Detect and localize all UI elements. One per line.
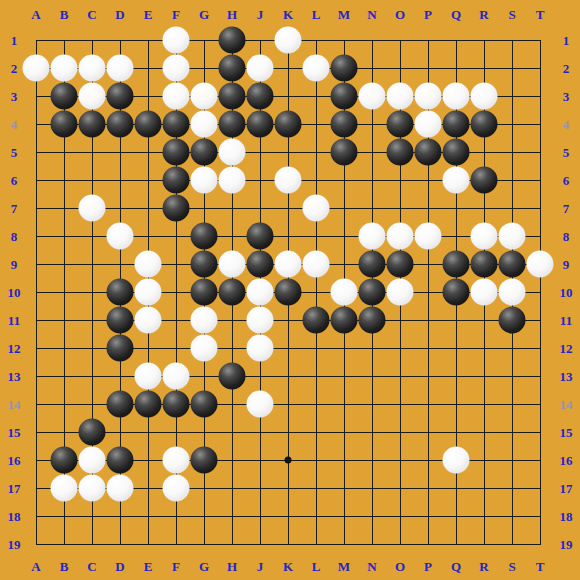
white-stone-P4 [415,111,442,138]
row-label-left-5: 5 [11,146,18,159]
white-stone-H6 [219,167,246,194]
col-label-bottom-G: G [199,560,209,573]
row-label-right-2: 2 [563,62,570,75]
col-label-bottom-L: L [312,560,321,573]
black-stone-D4 [107,111,134,138]
white-stone-O10 [387,279,414,306]
black-stone-R4 [471,111,498,138]
row-label-left-16: 16 [8,454,21,467]
white-stone-C3 [79,83,106,110]
black-stone-S11 [499,307,526,334]
col-label-bottom-J: J [257,560,264,573]
col-label-top-S: S [508,8,515,21]
black-stone-D10 [107,279,134,306]
black-stone-B4 [51,111,78,138]
col-label-top-B: B [60,8,69,21]
white-stone-F16 [163,447,190,474]
black-stone-L11 [303,307,330,334]
row-label-left-13: 13 [8,370,21,383]
col-label-top-F: F [172,8,180,21]
col-label-top-Q: Q [451,8,461,21]
col-label-bottom-C: C [87,560,96,573]
row-label-right-1: 1 [563,34,570,47]
col-label-top-N: N [367,8,376,21]
white-stone-Q3 [443,83,470,110]
black-stone-Q5 [443,139,470,166]
white-stone-O3 [387,83,414,110]
black-stone-D11 [107,307,134,334]
white-stone-K1 [275,27,302,54]
col-label-bottom-F: F [172,560,180,573]
col-label-bottom-R: R [479,560,488,573]
white-stone-R8 [471,223,498,250]
white-stone-D17 [107,475,134,502]
white-stone-H9 [219,251,246,278]
black-stone-F14 [163,391,190,418]
row-label-right-17: 17 [560,482,573,495]
black-stone-G8 [191,223,218,250]
black-stone-Q4 [443,111,470,138]
white-stone-N8 [359,223,386,250]
white-stone-L2 [303,55,330,82]
row-label-left-9: 9 [11,258,18,271]
row-label-right-15: 15 [560,426,573,439]
white-stone-F1 [163,27,190,54]
black-stone-N10 [359,279,386,306]
row-label-right-6: 6 [563,174,570,187]
white-stone-E11 [135,307,162,334]
black-stone-F4 [163,111,190,138]
black-stone-D12 [107,335,134,362]
row-label-left-8: 8 [11,230,18,243]
black-stone-O9 [387,251,414,278]
col-label-bottom-E: E [144,560,153,573]
white-stone-C16 [79,447,106,474]
black-stone-C15 [79,419,106,446]
black-stone-R6 [471,167,498,194]
black-stone-E14 [135,391,162,418]
black-stone-M11 [331,307,358,334]
white-stone-F17 [163,475,190,502]
white-stone-T9 [527,251,554,278]
col-label-top-K: K [283,8,293,21]
black-stone-H4 [219,111,246,138]
row-label-right-3: 3 [563,90,570,103]
white-stone-O8 [387,223,414,250]
col-label-top-T: T [536,8,545,21]
black-stone-R9 [471,251,498,278]
row-label-right-12: 12 [560,342,573,355]
black-stone-G10 [191,279,218,306]
white-stone-S8 [499,223,526,250]
col-label-top-E: E [144,8,153,21]
black-stone-N9 [359,251,386,278]
col-label-top-J: J [257,8,264,21]
col-label-bottom-P: P [424,560,432,573]
row-label-left-15: 15 [8,426,21,439]
black-stone-G5 [191,139,218,166]
col-label-top-A: A [31,8,40,21]
white-stone-A2 [23,55,50,82]
col-label-top-G: G [199,8,209,21]
col-label-bottom-S: S [508,560,515,573]
white-stone-F3 [163,83,190,110]
black-stone-N11 [359,307,386,334]
row-label-right-16: 16 [560,454,573,467]
black-stone-E4 [135,111,162,138]
col-label-bottom-T: T [536,560,545,573]
white-stone-K9 [275,251,302,278]
white-stone-C7 [79,195,106,222]
black-stone-O4 [387,111,414,138]
white-stone-J12 [247,335,274,362]
black-stone-J8 [247,223,274,250]
col-label-bottom-N: N [367,560,376,573]
white-stone-E10 [135,279,162,306]
col-label-bottom-Q: Q [451,560,461,573]
col-label-top-H: H [227,8,237,21]
black-stone-C4 [79,111,106,138]
row-label-left-10: 10 [8,286,21,299]
black-stone-M5 [331,139,358,166]
white-stone-J10 [247,279,274,306]
black-stone-G9 [191,251,218,278]
black-stone-M3 [331,83,358,110]
white-stone-P8 [415,223,442,250]
row-label-left-4: 4 [11,118,18,131]
row-label-right-13: 13 [560,370,573,383]
white-stone-L9 [303,251,330,278]
row-label-right-18: 18 [560,510,573,523]
black-stone-B16 [51,447,78,474]
black-stone-H3 [219,83,246,110]
white-stone-D8 [107,223,134,250]
col-label-bottom-A: A [31,560,40,573]
row-label-left-18: 18 [8,510,21,523]
col-label-top-M: M [338,8,350,21]
white-stone-G11 [191,307,218,334]
black-stone-D3 [107,83,134,110]
black-stone-K4 [275,111,302,138]
row-label-left-17: 17 [8,482,21,495]
black-stone-Q9 [443,251,470,278]
white-stone-R3 [471,83,498,110]
black-stone-H10 [219,279,246,306]
black-stone-M4 [331,111,358,138]
col-label-top-L: L [312,8,321,21]
row-label-right-9: 9 [563,258,570,271]
black-stone-S9 [499,251,526,278]
star-point-K16 [285,457,292,464]
row-label-right-4: 4 [563,118,570,131]
white-stone-N3 [359,83,386,110]
white-stone-Q16 [443,447,470,474]
white-stone-B17 [51,475,78,502]
row-label-left-19: 19 [8,538,21,551]
row-label-left-12: 12 [8,342,21,355]
white-stone-J14 [247,391,274,418]
col-label-top-R: R [479,8,488,21]
col-label-top-O: O [395,8,405,21]
white-stone-J11 [247,307,274,334]
black-stone-K10 [275,279,302,306]
white-stone-G3 [191,83,218,110]
white-stone-M10 [331,279,358,306]
black-stone-Q10 [443,279,470,306]
black-stone-P5 [415,139,442,166]
row-label-left-3: 3 [11,90,18,103]
white-stone-Q6 [443,167,470,194]
white-stone-D2 [107,55,134,82]
white-stone-B2 [51,55,78,82]
col-label-top-C: C [87,8,96,21]
black-stone-D14 [107,391,134,418]
black-stone-F5 [163,139,190,166]
white-stone-G6 [191,167,218,194]
white-stone-E9 [135,251,162,278]
white-stone-C17 [79,475,106,502]
col-label-bottom-O: O [395,560,405,573]
white-stone-F13 [163,363,190,390]
row-label-left-6: 6 [11,174,18,187]
black-stone-B3 [51,83,78,110]
col-label-bottom-K: K [283,560,293,573]
white-stone-K6 [275,167,302,194]
white-stone-F2 [163,55,190,82]
row-label-right-11: 11 [560,314,572,327]
row-label-right-14: 14 [560,398,573,411]
white-stone-C2 [79,55,106,82]
white-stone-J2 [247,55,274,82]
col-label-top-P: P [424,8,432,21]
black-stone-G14 [191,391,218,418]
row-label-left-11: 11 [8,314,20,327]
black-stone-J9 [247,251,274,278]
col-label-bottom-M: M [338,560,350,573]
row-label-right-5: 5 [563,146,570,159]
row-label-right-8: 8 [563,230,570,243]
row-label-left-2: 2 [11,62,18,75]
white-stone-E13 [135,363,162,390]
white-stone-G12 [191,335,218,362]
col-label-bottom-B: B [60,560,69,573]
black-stone-H1 [219,27,246,54]
black-stone-G16 [191,447,218,474]
white-stone-L7 [303,195,330,222]
row-label-left-14: 14 [8,398,21,411]
col-label-bottom-H: H [227,560,237,573]
black-stone-F7 [163,195,190,222]
black-stone-J3 [247,83,274,110]
black-stone-J4 [247,111,274,138]
white-stone-S10 [499,279,526,306]
white-stone-P3 [415,83,442,110]
black-stone-M2 [331,55,358,82]
row-label-left-1: 1 [11,34,18,47]
row-label-left-7: 7 [11,202,18,215]
black-stone-H2 [219,55,246,82]
white-stone-R10 [471,279,498,306]
white-stone-G4 [191,111,218,138]
black-stone-O5 [387,139,414,166]
row-label-right-10: 10 [560,286,573,299]
col-label-top-D: D [115,8,124,21]
white-stone-H5 [219,139,246,166]
row-label-right-7: 7 [563,202,570,215]
go-board: AABBCCDDEEFFGGHHJJKKLLMMNNOOPPQQRRSSTT11… [0,0,580,580]
black-stone-F6 [163,167,190,194]
col-label-bottom-D: D [115,560,124,573]
black-stone-H13 [219,363,246,390]
row-label-right-19: 19 [560,538,573,551]
black-stone-D16 [107,447,134,474]
